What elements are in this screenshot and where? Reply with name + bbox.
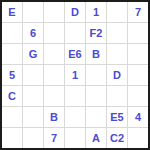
cell-r4c1[interactable]: 5 <box>2 65 22 85</box>
cell-r3c1[interactable] <box>2 44 22 64</box>
cell-r2c5[interactable]: F2 <box>86 23 106 43</box>
cell-r6c6[interactable]: E5 <box>107 107 127 127</box>
cell-r3c5[interactable]: B <box>86 44 106 64</box>
cell-r7c6[interactable]: C2 <box>107 128 127 148</box>
cell-r4c7[interactable] <box>128 65 148 85</box>
cell-r5c5[interactable] <box>86 86 106 106</box>
cell-r7c2[interactable] <box>23 128 43 148</box>
cell-r5c6[interactable] <box>107 86 127 106</box>
cell-r5c3[interactable] <box>44 86 64 106</box>
cell-r5c2[interactable] <box>23 86 43 106</box>
cell-r3c7[interactable] <box>128 44 148 64</box>
cell-r1c5[interactable]: 1 <box>86 2 106 22</box>
cell-r7c1[interactable] <box>2 128 22 148</box>
cell-r4c6[interactable]: D <box>107 65 127 85</box>
cell-r1c4[interactable]: D <box>65 2 85 22</box>
cell-r5c1[interactable]: C <box>2 86 22 106</box>
cell-r3c3[interactable] <box>44 44 64 64</box>
cell-r1c2[interactable] <box>23 2 43 22</box>
cell-r2c4[interactable] <box>65 23 85 43</box>
cell-r6c2[interactable] <box>23 107 43 127</box>
cell-r4c3[interactable] <box>44 65 64 85</box>
cell-r7c4[interactable] <box>65 128 85 148</box>
puzzle-board: ED176F2GE6B51DCBE547AC2 <box>0 0 150 150</box>
cell-r3c4[interactable]: E6 <box>65 44 85 64</box>
cell-r1c3[interactable] <box>44 2 64 22</box>
cell-r6c4[interactable] <box>65 107 85 127</box>
cell-r4c2[interactable] <box>23 65 43 85</box>
cell-r6c1[interactable] <box>2 107 22 127</box>
cell-r1c6[interactable] <box>107 2 127 22</box>
cell-r2c2[interactable]: 6 <box>23 23 43 43</box>
cell-r3c6[interactable] <box>107 44 127 64</box>
cell-r7c3[interactable]: 7 <box>44 128 64 148</box>
cell-r1c1[interactable]: E <box>2 2 22 22</box>
cell-r1c7[interactable]: 7 <box>128 2 148 22</box>
cell-r2c7[interactable] <box>128 23 148 43</box>
cell-r2c1[interactable] <box>2 23 22 43</box>
cell-r6c5[interactable] <box>86 107 106 127</box>
cell-r7c5[interactable]: A <box>86 128 106 148</box>
cell-r4c5[interactable] <box>86 65 106 85</box>
cell-r5c7[interactable] <box>128 86 148 106</box>
cell-r6c3[interactable]: B <box>44 107 64 127</box>
cell-r7c7[interactable] <box>128 128 148 148</box>
cell-r2c3[interactable] <box>44 23 64 43</box>
cell-r3c2[interactable]: G <box>23 44 43 64</box>
cell-r4c4[interactable]: 1 <box>65 65 85 85</box>
cell-r5c4[interactable] <box>65 86 85 106</box>
cell-r6c7[interactable]: 4 <box>128 107 148 127</box>
cell-r2c6[interactable] <box>107 23 127 43</box>
